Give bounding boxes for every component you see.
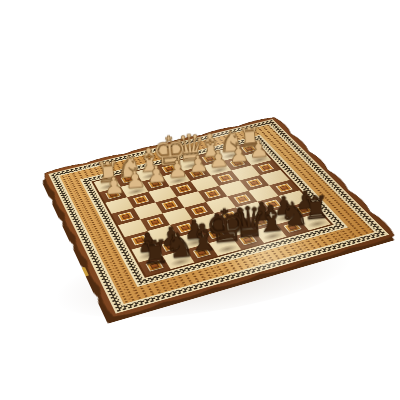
chess-set-photo: ♜♞♝♚♛♝♞♜♟♟♟♟♟♟♟♟♟♟♟♟♟♟♟♟♜♞♝♚♛♝♞♜	[0, 0, 400, 400]
pieces-layer: ♜♞♝♚♛♝♞♜♟♟♟♟♟♟♟♟♟♟♟♟♟♟♟♟♜♞♝♚♛♝♞♜	[37, 114, 400, 324]
black-rook-icon: ♜	[123, 234, 187, 271]
brass-latch-right	[307, 265, 325, 273]
chess-board: ♜♞♝♚♛♝♞♜♟♟♟♟♟♟♟♟♟♟♟♟♟♟♟♟♜♞♝♚♛♝♞♜	[37, 114, 400, 324]
board-perspective-wrapper: ♜♞♝♚♛♝♞♜♟♟♟♟♟♟♟♟♟♟♟♟♟♟♟♟♜♞♝♚♛♝♞♜	[52, 48, 360, 356]
